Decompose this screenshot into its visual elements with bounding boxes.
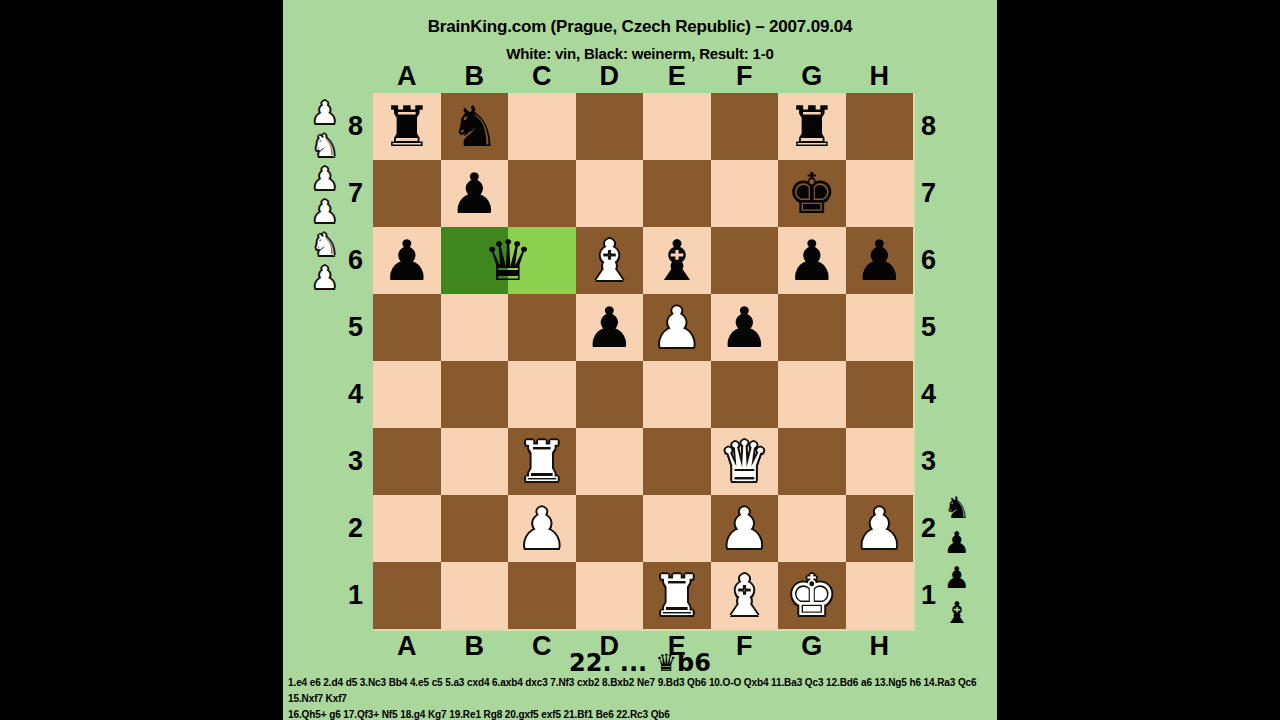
square-g4 xyxy=(778,361,846,428)
square-d1 xyxy=(576,562,644,629)
square-f1: ♝ xyxy=(711,562,779,629)
captured-piece-wp: ♟ xyxy=(303,195,347,228)
square-h1 xyxy=(846,562,914,629)
square-a2 xyxy=(373,495,441,562)
piece-bp-d5: ♟ xyxy=(576,294,644,361)
square-g8: ♜ xyxy=(778,93,846,160)
captured-piece-bp: ♟ xyxy=(935,525,979,560)
last-move-annotation: 22. ... ♛b6 xyxy=(283,649,997,677)
file-label-e: E xyxy=(643,60,711,92)
square-f6 xyxy=(711,227,779,294)
rank-label-5: 5 xyxy=(333,294,367,361)
square-h2: ♟ xyxy=(846,495,914,562)
file-label-h: H xyxy=(846,60,914,92)
piece-wq-f3: ♛ xyxy=(711,428,779,495)
square-d7 xyxy=(576,160,644,227)
square-b2 xyxy=(441,495,509,562)
captured-piece-wp: ♟ xyxy=(303,96,347,129)
move-list-line-2: 16.Qh5+ g6 17.Qf3+ Nf5 18.g4 Kg7 19.Re1 … xyxy=(288,707,994,720)
rank-label-8: 8 xyxy=(917,93,951,160)
file-labels-top: ABCDEFGH xyxy=(373,60,913,92)
piece-wb-f1: ♝ xyxy=(711,562,779,629)
square-f8 xyxy=(711,93,779,160)
piece-bn-b8: ♞ xyxy=(441,93,509,160)
piece-bp-h6: ♟ xyxy=(846,227,914,294)
square-d2 xyxy=(576,495,644,562)
piece-wp-e5: ♟ xyxy=(643,294,711,361)
captured-piece-bn: ♞ xyxy=(935,490,979,525)
captured-piece-bp: ♟ xyxy=(935,560,979,595)
square-c4 xyxy=(508,361,576,428)
captured-piece-wn: ♞ xyxy=(303,129,347,162)
rank-label-3: 3 xyxy=(333,428,367,495)
square-g3 xyxy=(778,428,846,495)
piece-bk-g7: ♚ xyxy=(778,160,846,227)
square-g6: ♟ xyxy=(778,227,846,294)
file-label-g: G xyxy=(778,60,846,92)
file-label-b: B xyxy=(441,60,509,92)
piece-wp-f2: ♟ xyxy=(711,495,779,562)
captured-white-tray: ♟♞♟♟♞♟ xyxy=(303,96,347,294)
rank-label-2: 2 xyxy=(333,495,367,562)
square-f7 xyxy=(711,160,779,227)
file-label-d: D xyxy=(576,60,644,92)
square-d8 xyxy=(576,93,644,160)
square-c3: ♜ xyxy=(508,428,576,495)
piece-wp-c2: ♟ xyxy=(508,495,576,562)
letterbox-left xyxy=(0,0,283,720)
square-f3: ♛ xyxy=(711,428,779,495)
square-f4 xyxy=(711,361,779,428)
piece-bp-a6: ♟ xyxy=(373,227,441,294)
square-a4 xyxy=(373,361,441,428)
square-e5: ♟ xyxy=(643,294,711,361)
square-h3 xyxy=(846,428,914,495)
square-b5 xyxy=(441,294,509,361)
square-a5 xyxy=(373,294,441,361)
square-b7: ♟ xyxy=(441,160,509,227)
piece-br-g8: ♜ xyxy=(778,93,846,160)
captured-piece-bb: ♝ xyxy=(935,595,979,630)
letterbox-right xyxy=(997,0,1280,720)
piece-wr-e1: ♜ xyxy=(643,562,711,629)
rank-label-1: 1 xyxy=(333,562,367,629)
square-d6: ♝ xyxy=(576,227,644,294)
piece-bp-g6: ♟ xyxy=(778,227,846,294)
square-a3 xyxy=(373,428,441,495)
rank-label-6: 6 xyxy=(917,227,951,294)
square-b8: ♞ xyxy=(441,93,509,160)
square-c7 xyxy=(508,160,576,227)
square-c2: ♟ xyxy=(508,495,576,562)
file-label-f: F xyxy=(711,60,779,92)
square-h8 xyxy=(846,93,914,160)
square-f5: ♟ xyxy=(711,294,779,361)
square-c5 xyxy=(508,294,576,361)
square-g5 xyxy=(778,294,846,361)
square-c8 xyxy=(508,93,576,160)
rank-label-5: 5 xyxy=(917,294,951,361)
square-d5: ♟ xyxy=(576,294,644,361)
square-f2: ♟ xyxy=(711,495,779,562)
piece-wr-c3: ♜ xyxy=(508,428,576,495)
rank-label-4: 4 xyxy=(917,361,951,428)
square-a1 xyxy=(373,562,441,629)
square-g1: ♚ xyxy=(778,562,846,629)
moving-piece-bq: ♛ xyxy=(474,227,542,294)
square-a6: ♟ xyxy=(373,227,441,294)
piece-wp-h2: ♟ xyxy=(846,495,914,562)
piece-bb-e6: ♝ xyxy=(643,227,711,294)
square-g2 xyxy=(778,495,846,562)
square-e4 xyxy=(643,361,711,428)
captured-piece-wp: ♟ xyxy=(303,261,347,294)
rank-label-4: 4 xyxy=(333,361,367,428)
square-e8 xyxy=(643,93,711,160)
piece-br-a8: ♜ xyxy=(373,93,441,160)
square-e6: ♝ xyxy=(643,227,711,294)
square-h7 xyxy=(846,160,914,227)
square-d4 xyxy=(576,361,644,428)
square-h5 xyxy=(846,294,914,361)
move-list-line-1: 1.e4 e6 2.d4 d5 3.Nc3 Bb4 4.e5 c5 5.a3 c… xyxy=(288,675,994,707)
square-g7: ♚ xyxy=(778,160,846,227)
square-e1: ♜ xyxy=(643,562,711,629)
file-label-c: C xyxy=(508,60,576,92)
piece-bp-f5: ♟ xyxy=(711,294,779,361)
piece-wb-d6: ♝ xyxy=(576,227,644,294)
captured-black-tray: ♞♟♟♝ xyxy=(935,490,979,630)
piece-wk-g1: ♚ xyxy=(778,562,846,629)
square-e2 xyxy=(643,495,711,562)
board: ♜♞♜♟♚♟♝♝♟♟♟♟♟♜♛♟♟♟♜♝♚♛ xyxy=(373,93,915,631)
file-label-a: A xyxy=(373,60,441,92)
square-b3 xyxy=(441,428,509,495)
square-d3 xyxy=(576,428,644,495)
rank-label-7: 7 xyxy=(917,160,951,227)
square-h6: ♟ xyxy=(846,227,914,294)
square-a8: ♜ xyxy=(373,93,441,160)
square-h4 xyxy=(846,361,914,428)
move-list: 1.e4 e6 2.d4 d5 3.Nc3 Bb4 4.e5 c5 5.a3 c… xyxy=(288,675,994,720)
square-b1 xyxy=(441,562,509,629)
captured-piece-wp: ♟ xyxy=(303,162,347,195)
rank-label-3: 3 xyxy=(917,428,951,495)
square-c1 xyxy=(508,562,576,629)
square-b4 xyxy=(441,361,509,428)
square-e7 xyxy=(643,160,711,227)
piece-bp-b7: ♟ xyxy=(441,160,509,227)
square-e3 xyxy=(643,428,711,495)
captured-piece-wn: ♞ xyxy=(303,228,347,261)
chess-app: BrainKing.com (Prague, Czech Republic) –… xyxy=(283,0,997,720)
game-title: BrainKing.com (Prague, Czech Republic) –… xyxy=(283,17,997,37)
square-a7 xyxy=(373,160,441,227)
